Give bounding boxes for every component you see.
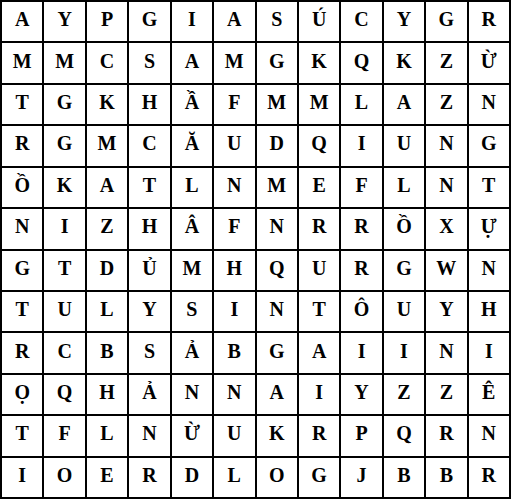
cell-r3c11[interactable]: Z [426,85,466,124]
cell-r9c11[interactable]: N [426,333,466,372]
cell-r11c11[interactable]: R [426,416,466,455]
cell-r4c7[interactable]: D [257,126,297,165]
cell-r12c6[interactable]: L [214,458,254,497]
cell-r12c3[interactable]: E [87,458,127,497]
cell-r4c3[interactable]: M [87,126,127,165]
cell-r9c1[interactable]: R [2,333,42,372]
cell-r6c5[interactable]: Â [172,209,212,248]
cell-r5c12[interactable]: T [469,168,509,207]
cell-r2c4[interactable]: S [129,43,169,82]
cell-r10c8[interactable]: I [299,375,339,414]
cell-r11c6[interactable]: U [214,416,254,455]
cell-r10c6[interactable]: N [214,375,254,414]
cell-r6c6[interactable]: F [214,209,254,248]
cell-r8c6[interactable]: I [214,292,254,331]
cell-r1c5[interactable]: I [172,2,212,41]
cell-r3c6[interactable]: F [214,85,254,124]
cell-r4c5[interactable]: Ă [172,126,212,165]
cell-r11c2[interactable]: F [44,416,84,455]
cell-r5c7[interactable]: M [257,168,297,207]
cell-r7c9[interactable]: R [341,251,381,290]
cell-r2c8[interactable]: K [299,43,339,82]
cell-r5c3[interactable]: A [87,168,127,207]
cell-r8c12[interactable]: H [469,292,509,331]
cell-r3c12[interactable]: N [469,85,509,124]
cell-r11c3[interactable]: L [87,416,127,455]
cell-r6c7[interactable]: N [257,209,297,248]
cell-r7c6[interactable]: H [214,251,254,290]
cell-r9c10[interactable]: I [384,333,424,372]
cell-r10c3[interactable]: H [87,375,127,414]
cell-r3c10[interactable]: A [384,85,424,124]
word-search-puzzle: AYPGIASÚCYGRMMCSAMGKQKZỪTGKHẦFMMLAZNRGMC… [0,0,511,499]
cell-r3c8[interactable]: M [299,85,339,124]
cell-r7c10[interactable]: G [384,251,424,290]
cell-r1c4[interactable]: G [129,2,169,41]
cell-r9c4[interactable]: S [129,333,169,372]
cell-r12c11[interactable]: B [426,458,466,497]
cell-r12c7[interactable]: O [257,458,297,497]
cell-r1c6[interactable]: A [214,2,254,41]
cell-r11c1[interactable]: T [2,416,42,455]
cell-r12c8[interactable]: G [299,458,339,497]
cell-r5c1[interactable]: Ồ [2,168,42,207]
cell-r8c3[interactable]: L [87,292,127,331]
cell-r9c3[interactable]: B [87,333,127,372]
cell-r4c11[interactable]: N [426,126,466,165]
cell-r8c5[interactable]: S [172,292,212,331]
cell-r2c12[interactable]: Ừ [469,43,509,82]
cell-r8c1[interactable]: T [2,292,42,331]
cell-r2c7[interactable]: G [257,43,297,82]
cell-r11c5[interactable]: Ừ [172,416,212,455]
cell-r12c2[interactable]: O [44,458,84,497]
cell-r10c4[interactable]: Ả [129,375,169,414]
cell-r10c10[interactable]: Z [384,375,424,414]
cell-r8c9[interactable]: Ô [341,292,381,331]
cell-r4c9[interactable]: I [341,126,381,165]
cell-r5c2[interactable]: K [44,168,84,207]
cell-r11c9[interactable]: P [341,416,381,455]
cell-r6c12[interactable]: Ự [469,209,509,248]
cell-r2c3[interactable]: C [87,43,127,82]
cell-r7c7[interactable]: Q [257,251,297,290]
cell-r1c8[interactable]: Ú [299,2,339,41]
cell-r12c1[interactable]: I [2,458,42,497]
cell-r5c9[interactable]: F [341,168,381,207]
cell-r12c4[interactable]: R [129,458,169,497]
cell-r4c4[interactable]: C [129,126,169,165]
cell-r11c8[interactable]: R [299,416,339,455]
cell-r11c7[interactable]: K [257,416,297,455]
cell-r6c4[interactable]: H [129,209,169,248]
cell-r5c11[interactable]: N [426,168,466,207]
cell-r10c1[interactable]: Ọ [2,375,42,414]
cell-r1c9[interactable]: C [341,2,381,41]
cell-r4c8[interactable]: Q [299,126,339,165]
cell-r11c4[interactable]: N [129,416,169,455]
cell-r4c2[interactable]: G [44,126,84,165]
cell-r10c11[interactable]: Z [426,375,466,414]
cell-r5c10[interactable]: L [384,168,424,207]
cell-r2c6[interactable]: M [214,43,254,82]
cell-r3c7[interactable]: M [257,85,297,124]
cell-r4c1[interactable]: R [2,126,42,165]
cell-r3c2[interactable]: G [44,85,84,124]
cell-r9c8[interactable]: A [299,333,339,372]
cell-r10c9[interactable]: Y [341,375,381,414]
cell-r10c12[interactable]: Ê [469,375,509,414]
cell-r5c6[interactable]: N [214,168,254,207]
cell-r3c5[interactable]: Ầ [172,85,212,124]
cell-r3c1[interactable]: T [2,85,42,124]
cell-r1c11[interactable]: G [426,2,466,41]
cell-r2c1[interactable]: M [2,43,42,82]
cell-r6c2[interactable]: I [44,209,84,248]
cell-r12c12[interactable]: R [469,458,509,497]
cell-r6c3[interactable]: Z [87,209,127,248]
cell-r9c2[interactable]: C [44,333,84,372]
cell-r8c11[interactable]: Y [426,292,466,331]
cell-r10c2[interactable]: Q [44,375,84,414]
cell-r8c7[interactable]: N [257,292,297,331]
cell-r6c1[interactable]: N [2,209,42,248]
cell-r7c8[interactable]: U [299,251,339,290]
cell-r6c8[interactable]: R [299,209,339,248]
cell-r2c5[interactable]: A [172,43,212,82]
cell-r11c12[interactable]: N [469,416,509,455]
cell-r2c9[interactable]: Q [341,43,381,82]
cell-r3c9[interactable]: L [341,85,381,124]
cell-r10c7[interactable]: A [257,375,297,414]
cell-r7c2[interactable]: T [44,251,84,290]
cell-r1c10[interactable]: Y [384,2,424,41]
cell-r9c7[interactable]: G [257,333,297,372]
cell-r4c6[interactable]: U [214,126,254,165]
cell-r5c5[interactable]: L [172,168,212,207]
cell-r9c9[interactable]: I [341,333,381,372]
cell-r11c10[interactable]: Q [384,416,424,455]
cell-r8c4[interactable]: Y [129,292,169,331]
cell-r12c5[interactable]: D [172,458,212,497]
cell-r7c11[interactable]: W [426,251,466,290]
cell-r6c11[interactable]: X [426,209,466,248]
cell-r10c5[interactable]: N [172,375,212,414]
cell-r5c8[interactable]: E [299,168,339,207]
cell-r2c10[interactable]: K [384,43,424,82]
cell-r7c3[interactable]: D [87,251,127,290]
cell-r6c10[interactable]: Ồ [384,209,424,248]
word-search-board: AYPGIASÚCYGRMMCSAMGKQKZỪTGKHẦFMMLAZNRGMC… [0,0,511,499]
cell-r1c3[interactable]: P [87,2,127,41]
cell-r1c2[interactable]: Y [44,2,84,41]
cell-r9c12[interactable]: I [469,333,509,372]
cell-r8c8[interactable]: T [299,292,339,331]
cell-r9c5[interactable]: Ả [172,333,212,372]
cell-r7c5[interactable]: M [172,251,212,290]
cell-r6c9[interactable]: R [341,209,381,248]
cell-r8c2[interactable]: U [44,292,84,331]
cell-r2c11[interactable]: Z [426,43,466,82]
cell-r12c10[interactable]: B [384,458,424,497]
cell-r7c1[interactable]: G [2,251,42,290]
cell-r1c7[interactable]: S [257,2,297,41]
cell-r3c3[interactable]: K [87,85,127,124]
cell-r7c12[interactable]: N [469,251,509,290]
cell-r5c4[interactable]: T [129,168,169,207]
cell-r12c9[interactable]: J [341,458,381,497]
cell-r9c6[interactable]: B [214,333,254,372]
cell-r4c10[interactable]: U [384,126,424,165]
cell-r7c4[interactable]: Ủ [129,251,169,290]
cell-r4c12[interactable]: G [469,126,509,165]
cell-r1c12[interactable]: R [469,2,509,41]
cell-r3c4[interactable]: H [129,85,169,124]
cell-r1c1[interactable]: A [2,2,42,41]
cell-r2c2[interactable]: M [44,43,84,82]
cell-r8c10[interactable]: U [384,292,424,331]
